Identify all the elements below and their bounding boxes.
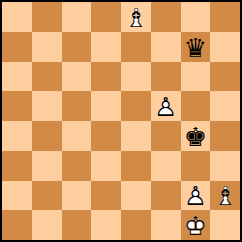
white-pawn-icon: ♙ xyxy=(151,91,181,121)
square-g5[interactable] xyxy=(181,91,211,121)
white-pawn-icon: ♙ xyxy=(181,181,211,211)
square-f4[interactable] xyxy=(151,121,181,151)
white-bishop[interactable]: ♝♗ xyxy=(210,181,240,211)
white-bishop-icon: ♗ xyxy=(121,2,151,32)
square-d1[interactable] xyxy=(91,210,121,240)
square-g8[interactable] xyxy=(181,2,211,32)
square-g2[interactable]: ♟♙ xyxy=(181,181,211,211)
black-queen-icon: ♛ xyxy=(181,32,211,62)
white-pawn[interactable]: ♟♙ xyxy=(151,91,181,121)
square-c4[interactable] xyxy=(62,121,92,151)
square-d6[interactable] xyxy=(91,62,121,92)
square-c6[interactable] xyxy=(62,62,92,92)
square-f2[interactable] xyxy=(151,181,181,211)
black-king-icon: ♚ xyxy=(181,121,211,151)
square-h5[interactable] xyxy=(210,91,240,121)
square-b3[interactable] xyxy=(32,151,62,181)
square-c1[interactable] xyxy=(62,210,92,240)
square-a8[interactable] xyxy=(2,2,32,32)
square-f6[interactable] xyxy=(151,62,181,92)
square-g1[interactable]: ♚♔ xyxy=(181,210,211,240)
square-e5[interactable] xyxy=(121,91,151,121)
square-e6[interactable] xyxy=(121,62,151,92)
square-b8[interactable] xyxy=(32,2,62,32)
square-a6[interactable] xyxy=(2,62,32,92)
square-d3[interactable] xyxy=(91,151,121,181)
square-b5[interactable] xyxy=(32,91,62,121)
square-c2[interactable] xyxy=(62,181,92,211)
square-g4[interactable]: ♚ xyxy=(181,121,211,151)
square-e2[interactable] xyxy=(121,181,151,211)
square-e4[interactable] xyxy=(121,121,151,151)
square-e7[interactable] xyxy=(121,32,151,62)
white-pawn[interactable]: ♟♙ xyxy=(181,181,211,211)
square-c8[interactable] xyxy=(62,2,92,32)
square-f8[interactable] xyxy=(151,2,181,32)
square-b7[interactable] xyxy=(32,32,62,62)
square-a3[interactable] xyxy=(2,151,32,181)
square-b6[interactable] xyxy=(32,62,62,92)
white-bishop-icon: ♗ xyxy=(210,181,240,211)
square-e3[interactable] xyxy=(121,151,151,181)
square-f7[interactable] xyxy=(151,32,181,62)
square-c3[interactable] xyxy=(62,151,92,181)
white-king[interactable]: ♚♔ xyxy=(181,210,211,240)
black-king[interactable]: ♚ xyxy=(181,121,211,151)
square-d8[interactable] xyxy=(91,2,121,32)
square-c5[interactable] xyxy=(62,91,92,121)
square-b1[interactable] xyxy=(32,210,62,240)
black-queen[interactable]: ♛ xyxy=(181,32,211,62)
square-h8[interactable] xyxy=(210,2,240,32)
square-a2[interactable] xyxy=(2,181,32,211)
square-e8[interactable]: ♝♗ xyxy=(121,2,151,32)
square-f1[interactable] xyxy=(151,210,181,240)
square-d5[interactable] xyxy=(91,91,121,121)
square-f5[interactable]: ♟♙ xyxy=(151,91,181,121)
square-b4[interactable] xyxy=(32,121,62,151)
square-d2[interactable] xyxy=(91,181,121,211)
white-king-icon: ♔ xyxy=(181,210,211,240)
square-g6[interactable] xyxy=(181,62,211,92)
square-e1[interactable] xyxy=(121,210,151,240)
square-d4[interactable] xyxy=(91,121,121,151)
square-h6[interactable] xyxy=(210,62,240,92)
square-a4[interactable] xyxy=(2,121,32,151)
square-h2[interactable]: ♝♗ xyxy=(210,181,240,211)
square-a7[interactable] xyxy=(2,32,32,62)
square-b2[interactable] xyxy=(32,181,62,211)
square-a1[interactable] xyxy=(2,210,32,240)
square-h4[interactable] xyxy=(210,121,240,151)
chess-board: ♝♗♛♟♙♚♟♙♝♗♚♔ xyxy=(0,0,242,242)
square-h1[interactable] xyxy=(210,210,240,240)
square-g3[interactable] xyxy=(181,151,211,181)
square-f3[interactable] xyxy=(151,151,181,181)
square-h3[interactable] xyxy=(210,151,240,181)
square-h7[interactable] xyxy=(210,32,240,62)
square-d7[interactable] xyxy=(91,32,121,62)
white-bishop[interactable]: ♝♗ xyxy=(121,2,151,32)
square-g7[interactable]: ♛ xyxy=(181,32,211,62)
square-c7[interactable] xyxy=(62,32,92,62)
square-a5[interactable] xyxy=(2,91,32,121)
